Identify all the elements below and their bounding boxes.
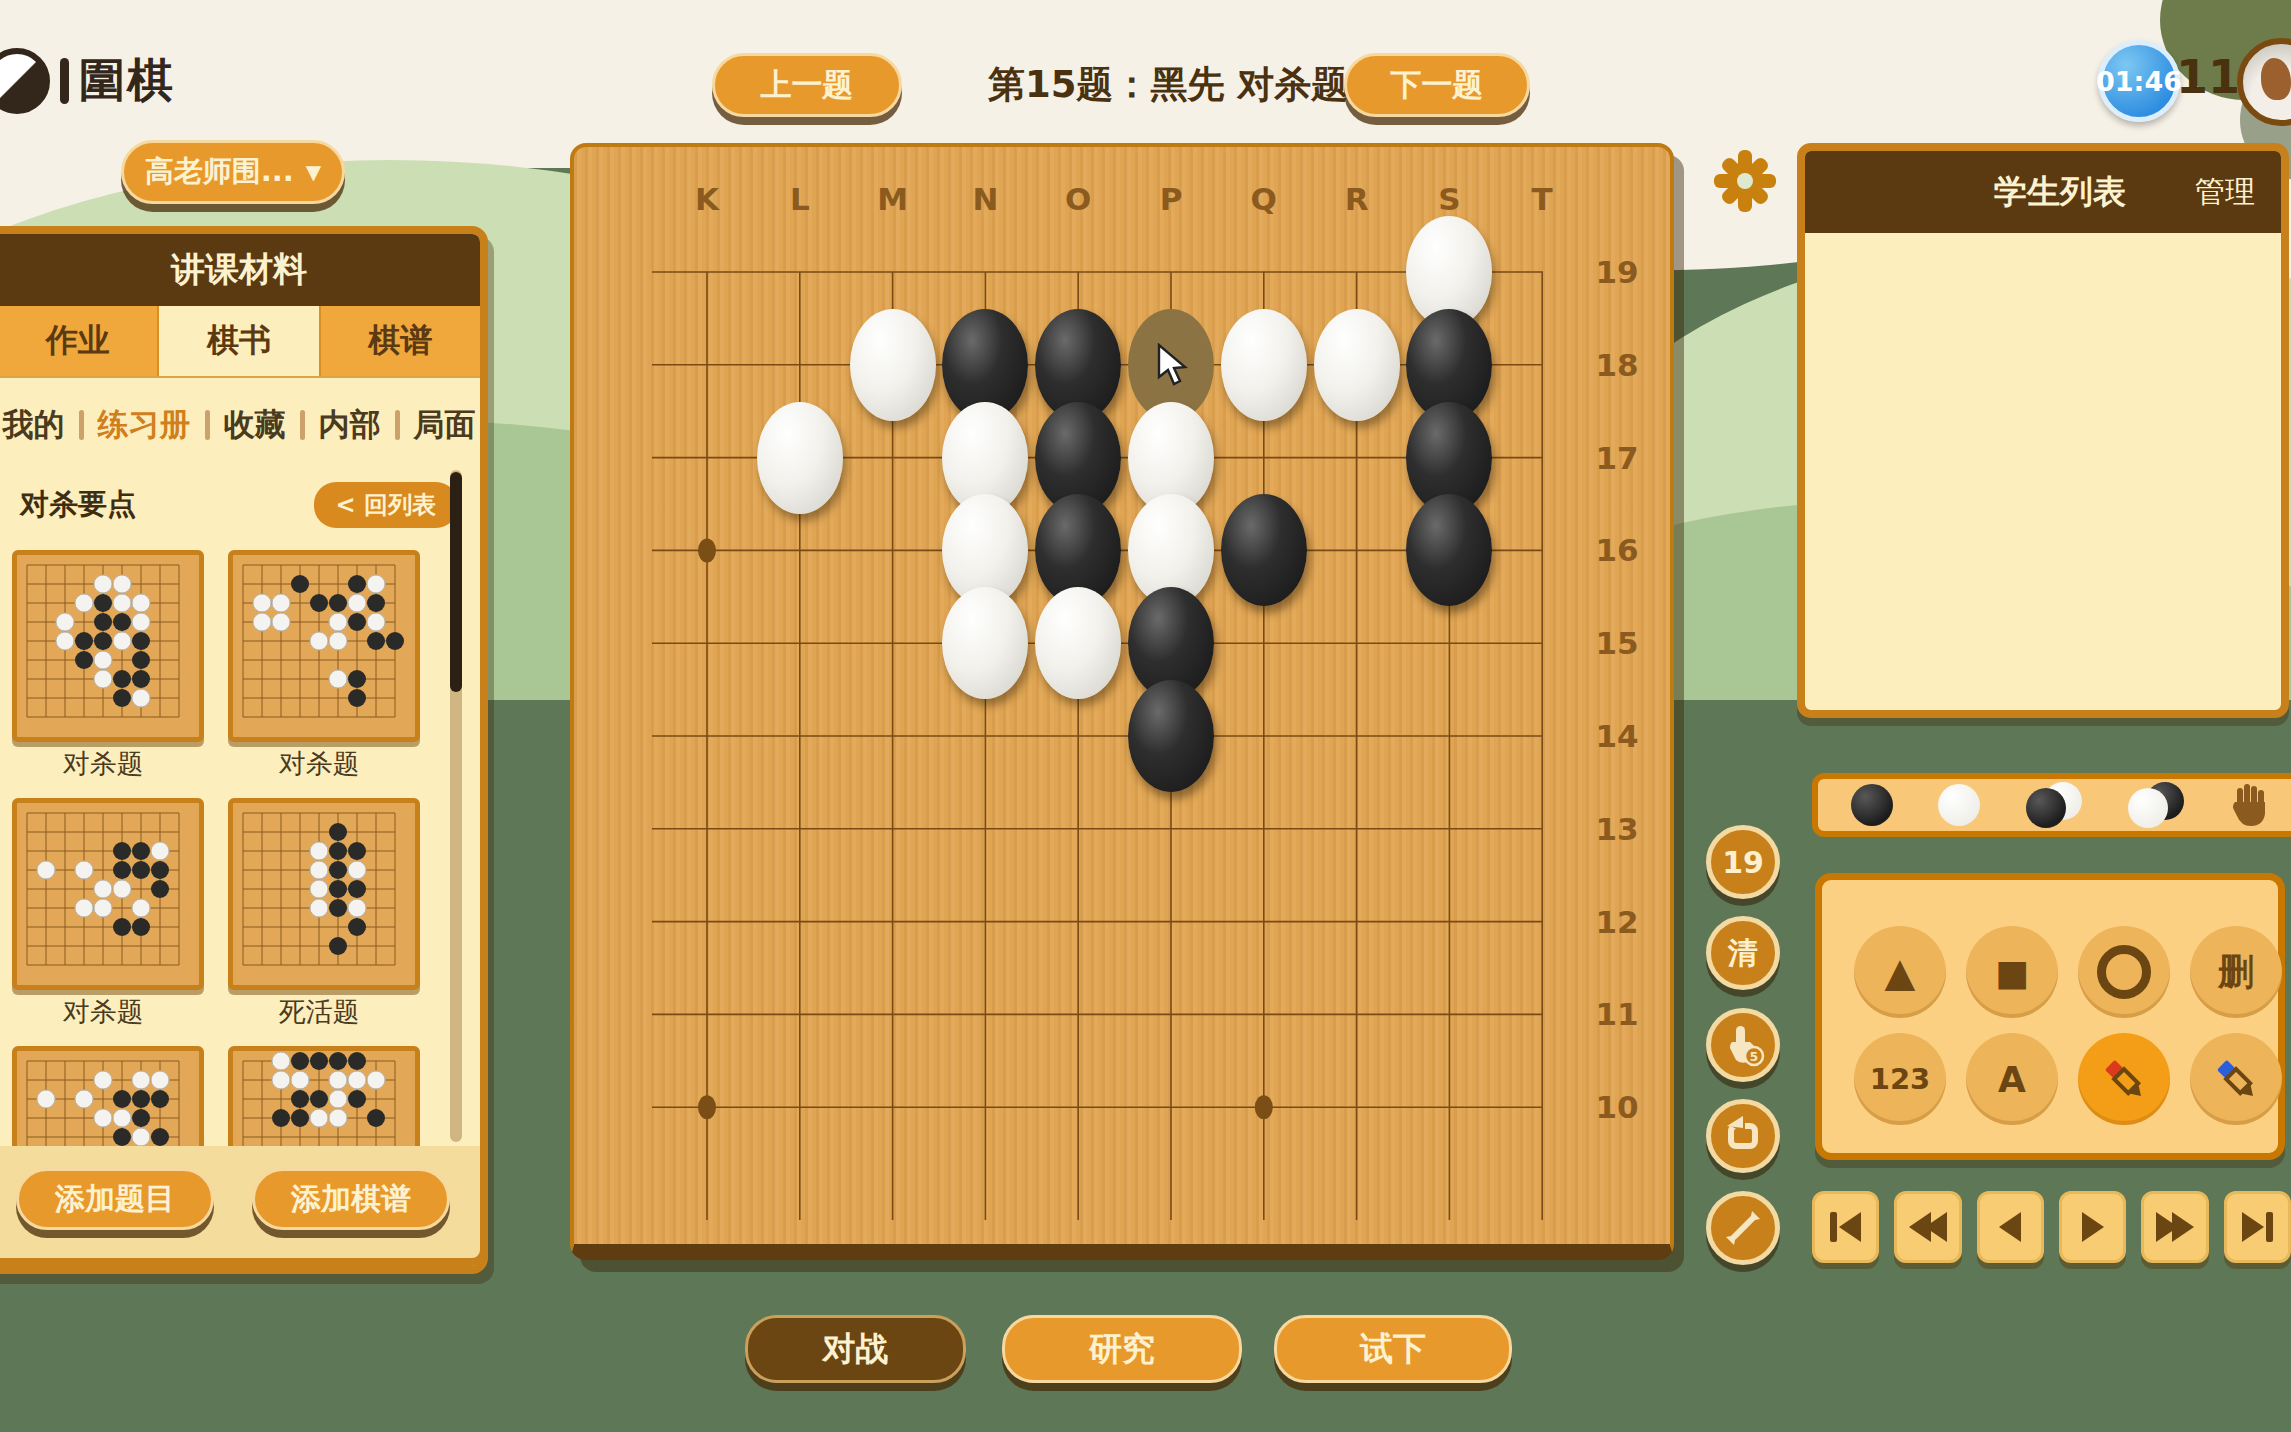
black-over-white-tool[interactable] [2026, 782, 2082, 828]
logo-text: 圍棋 [79, 50, 175, 112]
circle-marker-button[interactable] [2078, 926, 2170, 1018]
add-problem-button[interactable]: 添加题目 [16, 1168, 214, 1230]
expand-button[interactable] [1706, 1191, 1780, 1265]
blue-pencil-button[interactable] [2190, 1033, 2282, 1125]
black-stone-S16[interactable] [1406, 494, 1492, 606]
subnav-separator [205, 410, 210, 440]
subnav-item-局面[interactable]: 局面 [414, 404, 476, 446]
hand-tool-icon[interactable] [2229, 782, 2273, 828]
lecture-material-panel: 讲课材料 作业棋书棋谱 我的练习册收藏内部局面 对杀要点 < 回列表 对杀题对杀… [0, 226, 488, 1274]
circle-marker-icon [2097, 945, 2151, 999]
problem-thumbnail[interactable] [12, 798, 204, 990]
column-label-P: P [1160, 181, 1183, 217]
tab-作业[interactable]: 作业 [0, 306, 159, 376]
black-stone-P14[interactable] [1128, 680, 1214, 792]
student-list-header: 学生列表 管理 [1805, 151, 2281, 233]
last-move-button[interactable] [2224, 1191, 2291, 1263]
go-board[interactable]: KLMNOPQRST19181716151413121110 [570, 143, 1674, 1260]
thumbnail-label: 死活题 [228, 994, 410, 1030]
rewind-move-button[interactable] [1894, 1191, 1961, 1263]
subnav-item-练习册[interactable]: 练习册 [98, 404, 191, 446]
app-root: 圍棋 上一题 第15题：黑先 对杀题 下一题 01:46 1122 高老师围..… [0, 0, 2291, 1432]
svg-text:5: 5 [1750, 1050, 1758, 1064]
column-label-S: S [1438, 181, 1460, 217]
stone-selector-bar [1812, 773, 2291, 837]
sidebar-scrollbar-thumb[interactable] [450, 472, 462, 692]
column-label-T: T [1532, 181, 1553, 217]
row-label-13: 13 [1595, 811, 1638, 847]
subnav-separator [300, 410, 305, 440]
column-label-L: L [790, 181, 810, 217]
back-move-button[interactable] [1977, 1191, 2044, 1263]
red-pencil-button[interactable] [2078, 1033, 2170, 1125]
row-label-17: 17 [1595, 440, 1638, 476]
blue-pencil-icon [2210, 1053, 2262, 1105]
thumbnail-label: 对杀题 [228, 746, 410, 782]
letter-marker-button[interactable]: A [1966, 1033, 2058, 1125]
column-label-O: O [1065, 181, 1091, 217]
student-list-panel: 学生列表 管理 [1797, 143, 2289, 718]
section-title: 对杀要点 [20, 485, 136, 525]
white-stone-R18[interactable] [1314, 309, 1400, 421]
timer-badge: 01:46 [2098, 40, 2180, 122]
row-label-10: 10 [1595, 1089, 1638, 1125]
white-stone-O15[interactable] [1035, 587, 1121, 699]
back-to-list-button[interactable]: < 回列表 [314, 482, 458, 528]
chevron-down-icon: ▼ [306, 160, 321, 184]
row-label-14: 14 [1595, 718, 1638, 754]
research-button[interactable]: 研究 [1002, 1315, 1242, 1383]
subnav-item-我的[interactable]: 我的 [3, 404, 65, 446]
tab-棋谱[interactable]: 棋谱 [321, 306, 480, 376]
black-stone-tool[interactable] [1851, 784, 1893, 826]
settings-gear-icon[interactable] [1712, 148, 1778, 214]
row-label-12: 12 [1595, 904, 1638, 940]
subnav-item-内部[interactable]: 内部 [319, 404, 381, 446]
black-stone-Q16[interactable] [1221, 494, 1307, 606]
problem-thumbnail[interactable] [12, 550, 204, 742]
prev-problem-button[interactable]: 上一题 [712, 53, 902, 117]
row-label-15: 15 [1595, 625, 1638, 661]
subnav-item-收藏[interactable]: 收藏 [224, 404, 286, 446]
row-label-18: 18 [1595, 347, 1638, 383]
problem-title: 第15题：黑先 对杀题 [988, 60, 1348, 110]
row-label-16: 16 [1595, 532, 1638, 568]
first-move-button[interactable] [1812, 1191, 1879, 1263]
try-move-button[interactable]: 试下 [1274, 1315, 1512, 1383]
subnav-separator [79, 410, 84, 440]
sidebar-tabs: 作业棋书棋谱 [0, 306, 480, 378]
number-marker-button[interactable]: 123 [1854, 1033, 1946, 1125]
forward-move-button[interactable] [2059, 1191, 2126, 1263]
panel-title: 讲课材料 [0, 234, 480, 306]
manage-button[interactable]: 管理 [2195, 172, 2281, 213]
logo-yinyang-icon [0, 48, 50, 114]
teacher-dropdown-label: 高老师围... [145, 152, 294, 192]
clear-board-button[interactable]: 清 [1706, 916, 1780, 990]
column-label-Q: Q [1251, 181, 1277, 217]
white-stone-tool[interactable] [1938, 784, 1980, 826]
fast-forward-move-button[interactable] [2141, 1191, 2208, 1263]
white-stone-M18[interactable] [850, 309, 936, 421]
white-stone-Q18[interactable] [1221, 309, 1307, 421]
white-stone-N15[interactable] [942, 587, 1028, 699]
problem-thumbnail[interactable] [12, 1046, 204, 1152]
column-label-K: K [695, 181, 719, 217]
red-pencil-icon [2098, 1053, 2150, 1105]
tab-棋书[interactable]: 棋书 [159, 306, 320, 376]
problem-thumbnail[interactable] [228, 550, 420, 742]
white-stone-L17[interactable] [757, 402, 843, 514]
square-marker-button[interactable]: ■ [1966, 926, 2058, 1018]
triangle-marker-button[interactable]: ▲ [1854, 926, 1946, 1018]
student-list-title: 学生列表 [1805, 170, 2195, 215]
thumbnail-label: 对杀题 [12, 994, 194, 1030]
teacher-dropdown[interactable]: 高老师围... ▼ [121, 140, 345, 204]
logo-divider [60, 58, 69, 104]
problem-thumbnail[interactable] [228, 1046, 420, 1152]
sidebar-subnav: 我的练习册收藏内部局面 [0, 404, 480, 446]
marker-tool-panel: ▲■删123A [1815, 873, 2285, 1160]
white-over-black-tool[interactable] [2128, 782, 2184, 828]
column-label-R: R [1345, 181, 1369, 217]
delete-marker-button[interactable]: 删 [2190, 926, 2282, 1018]
next-problem-button[interactable]: 下一题 [1344, 53, 1530, 117]
thumbnail-label: 对杀题 [12, 746, 194, 782]
move-navigation-bar [1812, 1191, 2291, 1261]
avatar-photo [2261, 58, 2291, 100]
row-label-11: 11 [1595, 996, 1638, 1032]
add-kifu-button[interactable]: 添加棋谱 [252, 1168, 450, 1230]
rotate-button[interactable] [1706, 1099, 1780, 1173]
board-size-button[interactable]: 19 [1706, 825, 1780, 899]
row-label-19: 19 [1595, 254, 1638, 290]
subnav-separator [395, 410, 400, 440]
tap-count-button[interactable]: 5 [1706, 1008, 1780, 1082]
column-label-M: M [877, 181, 908, 217]
app-logo: 圍棋 [6, 48, 175, 114]
problem-thumbnail[interactable] [228, 798, 420, 990]
column-label-N: N [972, 181, 998, 217]
battle-button[interactable]: 对战 [745, 1315, 966, 1383]
